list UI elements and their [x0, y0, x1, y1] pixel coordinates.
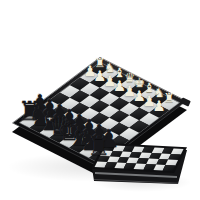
- board-latch-tab: [180, 97, 191, 106]
- folded-board-lid: [92, 143, 188, 173]
- folded-board-pattern: [95, 145, 184, 171]
- product-photo: ♜♞♝♛♚♝♞♜♟♟♟♟♟♟♟♟♟♟♟♟♟♟♟♟♜♞♝♛♚♝♞♜: [0, 0, 200, 200]
- folded-square: [163, 165, 176, 171]
